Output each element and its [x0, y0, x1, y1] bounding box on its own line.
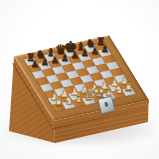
piece-white-knight-g1[interactable]: ♞ [113, 83, 124, 95]
chess-pieces-layer: ♜♞♝♛♚♝♞♜♟♟♟♟♟♟♟♟♟♟♟♟♟♟♟♟♜♞♝♛♚♝♞♜ [0, 0, 159, 159]
piece-black-pawn-g7[interactable]: ♟ [91, 47, 99, 56]
piece-black-pawn-a7[interactable]: ♟ [31, 60, 39, 69]
product-photo-chess-box: ♜♞♝♛♚♝♞♜♟♟♟♟♟♟♟♟♟♟♟♟♟♟♟♟♜♞♝♛♚♝♞♜ [0, 0, 159, 159]
piece-black-pawn-h7[interactable]: ♟ [101, 45, 109, 54]
piece-white-rook-a1[interactable]: ♜ [54, 97, 64, 108]
piece-white-rook-h1[interactable]: ♜ [124, 82, 134, 93]
piece-black-pawn-e7[interactable]: ♟ [71, 51, 79, 60]
piece-black-pawn-d7[interactable]: ♟ [61, 53, 69, 62]
piece-black-pawn-f7[interactable]: ♟ [81, 49, 89, 58]
piece-black-pawn-c7[interactable]: ♟ [51, 56, 59, 65]
piece-black-pawn-b7[interactable]: ♟ [41, 58, 49, 67]
